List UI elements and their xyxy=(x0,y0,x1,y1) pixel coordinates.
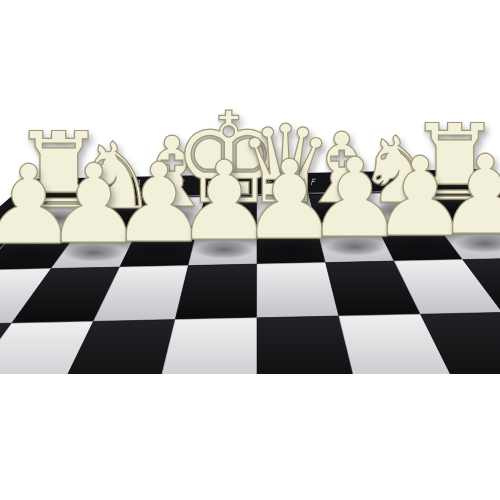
chess-piece-pawn: ♟ xyxy=(436,141,500,251)
chess-board-photo: ABCDEFGH ♜♞♝♚♛♝♞♜♟♟♟♟♟♟♟♟ xyxy=(0,0,500,374)
pieces-layer: ♜♞♝♚♛♝♞♜♟♟♟♟♟♟♟♟ xyxy=(0,0,500,374)
product-photo-canvas: { "game": "chess", "position": { "fen": … xyxy=(0,0,500,500)
